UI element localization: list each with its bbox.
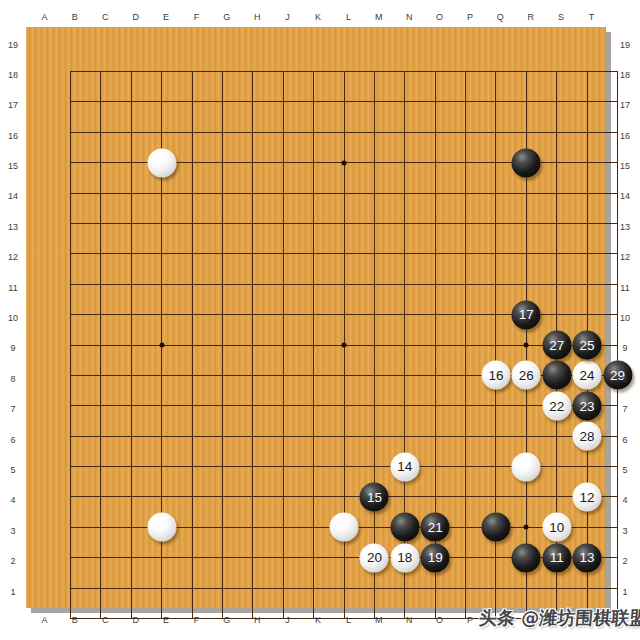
stone-white-S5-move-12: 12 (573, 482, 602, 511)
row-label-right-8: 8 (622, 374, 627, 384)
row-label-right-16: 16 (620, 131, 630, 141)
stone-white-Q6 (512, 452, 541, 481)
stone-white-S7-move-28: 28 (573, 422, 602, 451)
column-label-top-O: O (436, 12, 443, 22)
star-point-Q4 (524, 525, 529, 530)
grid-line-vertical (617, 71, 619, 620)
row-label-left-2: 2 (10, 556, 15, 566)
column-label-top-J: J (285, 12, 290, 22)
column-label-bottom-M: M (375, 615, 383, 625)
stone-black-L5-move-15: 15 (360, 482, 389, 511)
column-label-bottom-N: N (406, 615, 413, 625)
star-point-K10 (342, 343, 347, 348)
stone-black-R9 (542, 361, 571, 390)
row-label-left-3: 3 (10, 526, 15, 536)
column-label-top-T: T (589, 12, 595, 22)
row-label-left-15: 15 (8, 161, 18, 171)
stone-black-S3-move-13: 13 (573, 543, 602, 572)
star-point-D10 (159, 343, 164, 348)
row-label-left-4: 4 (10, 495, 15, 505)
stone-white-S9-move-24: 24 (573, 361, 602, 390)
row-label-right-12: 12 (620, 252, 630, 262)
column-label-bottom-B: B (72, 615, 78, 625)
row-label-left-7: 7 (10, 404, 15, 414)
stone-white-P9-move-16: 16 (481, 361, 510, 390)
row-label-left-12: 12 (8, 252, 18, 262)
grid-line-horizontal (70, 405, 618, 406)
column-label-bottom-J: J (285, 615, 290, 625)
column-label-top-L: L (346, 12, 351, 22)
column-label-bottom-D: D (132, 615, 139, 625)
column-label-bottom-C: C (102, 615, 109, 625)
column-label-top-B: B (72, 12, 78, 22)
row-label-left-9: 9 (10, 343, 15, 353)
row-label-left-10: 10 (8, 313, 18, 323)
column-label-top-K: K (315, 12, 321, 22)
stone-black-Q11-move-17: 17 (512, 300, 541, 329)
stone-white-D4 (147, 513, 176, 542)
column-label-bottom-L: L (346, 615, 351, 625)
grid-line-vertical (374, 71, 375, 619)
row-label-right-11: 11 (620, 283, 629, 293)
stone-white-Q9-move-26: 26 (512, 361, 541, 390)
row-label-left-5: 5 (10, 465, 15, 475)
go-diagram-page: 1011121314151617181920212223242526272829… (0, 0, 640, 640)
board-grid: 1011121314151617181920212223242526272829 (71, 72, 618, 619)
stone-white-D16 (147, 148, 176, 177)
row-label-right-4: 4 (622, 495, 627, 505)
column-label-top-D: D (132, 12, 139, 22)
row-label-right-10: 10 (620, 313, 630, 323)
column-label-top-P: P (467, 12, 473, 22)
column-label-top-F: F (194, 12, 200, 22)
column-label-top-G: G (223, 12, 230, 22)
row-label-right-7: 7 (622, 404, 627, 414)
stone-black-S8-move-23: 23 (573, 391, 602, 420)
row-label-right-5: 5 (622, 465, 627, 475)
row-label-left-1: 1 (10, 587, 15, 597)
column-label-bottom-F: F (194, 615, 200, 625)
stone-black-Q3 (512, 543, 541, 572)
stone-black-N4-move-21: 21 (421, 513, 450, 542)
column-label-top-S: S (558, 12, 564, 22)
row-label-right-13: 13 (620, 222, 630, 232)
column-label-bottom-E: E (163, 615, 169, 625)
stone-black-T9-move-29: 29 (603, 361, 632, 390)
column-label-top-C: C (102, 12, 109, 22)
column-label-bottom-K: K (315, 615, 321, 625)
grid-line-vertical (465, 71, 466, 619)
stone-black-N3-move-19: 19 (421, 543, 450, 572)
row-label-right-6: 6 (622, 435, 627, 445)
column-label-bottom-G: G (223, 615, 230, 625)
row-label-left-17: 17 (8, 100, 18, 110)
row-label-left-19: 19 (8, 40, 18, 50)
row-label-right-3: 3 (622, 526, 627, 536)
row-label-left-6: 6 (10, 435, 15, 445)
stone-black-R3-move-11: 11 (542, 543, 571, 572)
watermark-text: 头条 @潍坊围棋联盟 (478, 606, 640, 630)
go-board: 1011121314151617181920212223242526272829 (26, 27, 606, 608)
grid-line-horizontal (70, 496, 618, 497)
column-label-bottom-O: O (436, 615, 443, 625)
row-label-right-1: 1 (622, 587, 627, 597)
row-label-right-2: 2 (622, 556, 627, 566)
column-label-top-Q: Q (497, 12, 504, 22)
column-label-top-A: A (41, 12, 47, 22)
column-label-bottom-A: A (41, 615, 47, 625)
stone-white-M3-move-18: 18 (390, 543, 419, 572)
row-label-left-18: 18 (8, 70, 18, 80)
stone-white-R4-move-10: 10 (542, 513, 571, 542)
row-label-right-9: 9 (622, 343, 627, 353)
stone-black-S10-move-25: 25 (573, 331, 602, 360)
star-point-Q10 (524, 343, 529, 348)
stone-white-L3-move-20: 20 (360, 543, 389, 572)
row-label-left-13: 13 (8, 222, 18, 232)
row-label-right-14: 14 (620, 191, 630, 201)
row-label-right-19: 19 (620, 40, 630, 50)
stone-white-M6-move-14: 14 (390, 452, 419, 481)
stone-white-K4 (330, 513, 359, 542)
row-label-left-14: 14 (8, 191, 18, 201)
stone-black-Q16 (512, 148, 541, 177)
stone-black-M4 (390, 513, 419, 542)
column-label-top-R: R (527, 12, 534, 22)
column-label-top-E: E (163, 12, 169, 22)
row-label-left-11: 11 (8, 283, 17, 293)
grid-line-horizontal (70, 588, 618, 589)
row-label-left-16: 16 (8, 131, 18, 141)
stone-white-R8-move-22: 22 (542, 391, 571, 420)
column-label-bottom-P: P (467, 615, 473, 625)
column-label-top-M: M (375, 12, 383, 22)
stone-black-P4 (481, 513, 510, 542)
row-label-right-18: 18 (620, 70, 630, 80)
row-label-left-8: 8 (10, 374, 15, 384)
star-point-K16 (342, 160, 347, 165)
column-label-bottom-H: H (254, 615, 261, 625)
row-label-right-15: 15 (620, 161, 630, 171)
row-label-right-17: 17 (620, 100, 630, 110)
column-label-top-N: N (406, 12, 413, 22)
stone-black-R10-move-27: 27 (542, 331, 571, 360)
column-label-top-H: H (254, 12, 261, 22)
grid-line-horizontal (70, 436, 618, 437)
